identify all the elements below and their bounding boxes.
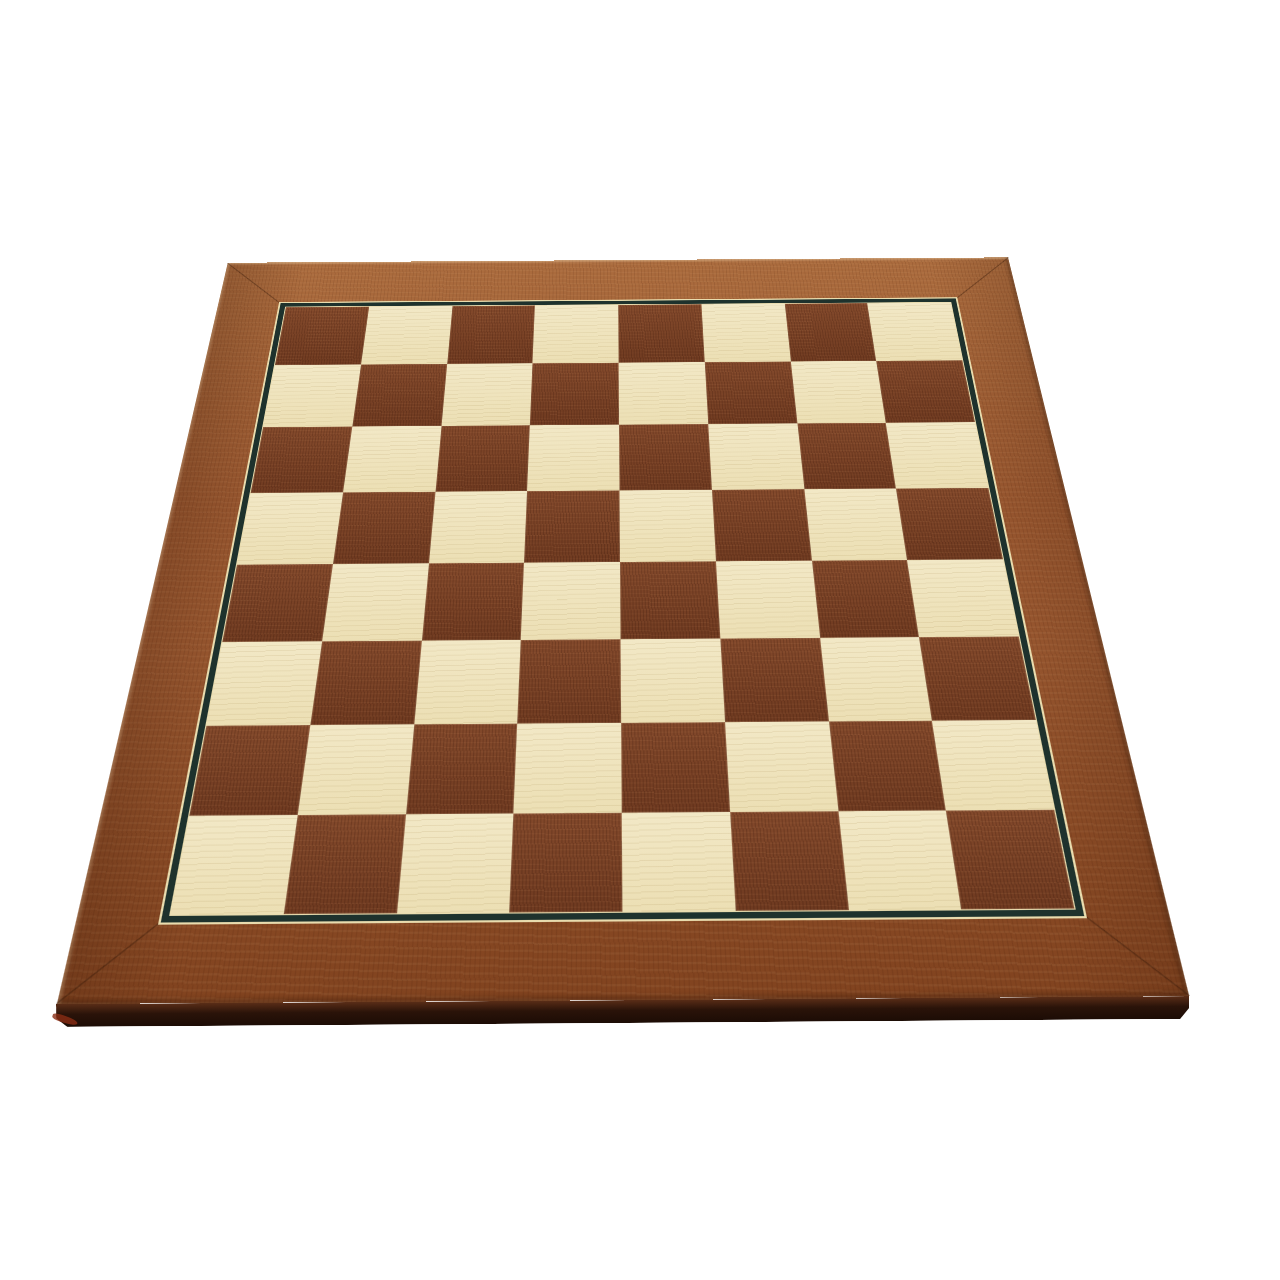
square-d2 bbox=[514, 722, 622, 813]
square-c6 bbox=[435, 425, 530, 492]
square-e7 bbox=[619, 362, 708, 424]
square-b8 bbox=[361, 306, 452, 364]
square-a1 bbox=[170, 815, 297, 915]
square-c8 bbox=[447, 305, 535, 363]
frame-miter-seam-bottom-left bbox=[56, 923, 159, 1004]
square-a4 bbox=[222, 564, 332, 642]
square-c2 bbox=[406, 723, 518, 814]
square-e3 bbox=[621, 638, 725, 722]
square-e2 bbox=[621, 722, 730, 813]
square-h5 bbox=[896, 488, 1003, 560]
square-a7 bbox=[263, 364, 361, 426]
field-inlay-band bbox=[161, 298, 1084, 922]
frame-miter-seam-bottom-right bbox=[1086, 917, 1190, 996]
square-h2 bbox=[932, 720, 1054, 811]
square-g3 bbox=[820, 637, 932, 721]
square-g5 bbox=[804, 489, 907, 561]
square-h7 bbox=[876, 360, 975, 422]
square-c7 bbox=[441, 363, 533, 425]
square-f8 bbox=[701, 304, 790, 362]
field-inner-pinstripe bbox=[169, 302, 1076, 916]
square-c1 bbox=[396, 814, 513, 914]
square-a2 bbox=[189, 725, 310, 816]
square-h4 bbox=[907, 559, 1018, 637]
square-d4 bbox=[521, 562, 621, 640]
square-f6 bbox=[708, 423, 804, 490]
square-d7 bbox=[530, 363, 619, 425]
square-b1 bbox=[283, 815, 405, 915]
square-e5 bbox=[620, 490, 716, 562]
square-b3 bbox=[310, 640, 421, 724]
square-c4 bbox=[421, 563, 524, 641]
square-g2 bbox=[828, 720, 946, 811]
board-grid bbox=[170, 303, 1074, 915]
square-f5 bbox=[712, 489, 812, 561]
square-d8 bbox=[533, 305, 619, 363]
square-g8 bbox=[784, 303, 876, 361]
square-d3 bbox=[517, 639, 621, 723]
square-a3 bbox=[207, 641, 322, 725]
square-f2 bbox=[725, 721, 838, 812]
square-f7 bbox=[705, 361, 797, 423]
frame-miter-seam-top-right bbox=[957, 257, 1009, 298]
square-e1 bbox=[622, 812, 736, 911]
square-b5 bbox=[333, 492, 435, 564]
square-f1 bbox=[730, 811, 849, 910]
square-b2 bbox=[297, 724, 413, 815]
square-b7 bbox=[352, 364, 447, 426]
chess-board bbox=[57, 257, 1189, 1004]
square-c5 bbox=[429, 491, 528, 563]
square-a6 bbox=[251, 426, 353, 493]
square-h3 bbox=[919, 636, 1036, 720]
square-g4 bbox=[811, 560, 919, 638]
square-h1 bbox=[946, 810, 1074, 909]
square-h8 bbox=[867, 303, 962, 361]
square-a8 bbox=[275, 307, 369, 365]
square-c3 bbox=[414, 640, 521, 724]
square-d6 bbox=[527, 424, 619, 491]
square-e8 bbox=[618, 304, 704, 362]
product-photo bbox=[0, 0, 1280, 1280]
square-e6 bbox=[619, 424, 712, 491]
square-a5 bbox=[237, 493, 343, 565]
square-g7 bbox=[790, 361, 885, 423]
square-d5 bbox=[524, 491, 620, 563]
square-h6 bbox=[886, 422, 988, 489]
square-f4 bbox=[716, 561, 820, 639]
square-f3 bbox=[720, 638, 828, 722]
square-b6 bbox=[343, 426, 441, 493]
square-g1 bbox=[838, 811, 961, 910]
frame-miter-seam-top-left bbox=[227, 263, 280, 303]
square-d1 bbox=[509, 813, 622, 913]
square-e4 bbox=[620, 561, 720, 639]
field-outer-pinstripe bbox=[158, 297, 1087, 924]
square-g6 bbox=[797, 422, 896, 489]
square-b4 bbox=[322, 563, 429, 641]
